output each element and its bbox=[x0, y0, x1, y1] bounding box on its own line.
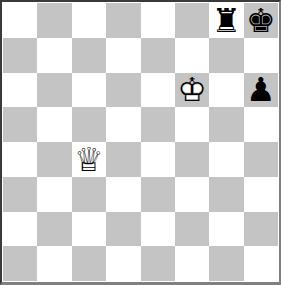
square-h3[interactable] bbox=[244, 177, 278, 212]
square-d5[interactable] bbox=[106, 107, 140, 142]
square-c7[interactable] bbox=[72, 38, 106, 73]
square-g1[interactable] bbox=[209, 246, 243, 281]
square-d4[interactable] bbox=[106, 142, 140, 177]
square-e1[interactable] bbox=[141, 246, 175, 281]
square-a3[interactable] bbox=[3, 177, 37, 212]
square-e3[interactable] bbox=[141, 177, 175, 212]
square-d1[interactable] bbox=[106, 246, 140, 281]
square-a2[interactable] bbox=[3, 212, 37, 247]
square-f5[interactable] bbox=[175, 107, 209, 142]
square-a7[interactable] bbox=[3, 38, 37, 73]
square-b7[interactable] bbox=[37, 38, 71, 73]
square-d6[interactable] bbox=[106, 73, 140, 108]
square-c3[interactable] bbox=[72, 177, 106, 212]
square-d8[interactable] bbox=[106, 3, 140, 38]
square-f7[interactable] bbox=[175, 38, 209, 73]
square-c1[interactable] bbox=[72, 246, 106, 281]
square-h1[interactable] bbox=[244, 246, 278, 281]
square-d7[interactable] bbox=[106, 38, 140, 73]
square-c5[interactable] bbox=[72, 107, 106, 142]
black-king-piece[interactable]: ♚ bbox=[244, 3, 278, 38]
square-g7[interactable] bbox=[209, 38, 243, 73]
square-e5[interactable] bbox=[141, 107, 175, 142]
square-b2[interactable] bbox=[37, 212, 71, 247]
square-f2[interactable] bbox=[175, 212, 209, 247]
white-queen-piece[interactable]: ♛♕ bbox=[72, 142, 106, 177]
square-g3[interactable] bbox=[209, 177, 243, 212]
white-king-piece[interactable]: ♚♔ bbox=[175, 73, 209, 108]
square-d3[interactable] bbox=[106, 177, 140, 212]
square-b3[interactable] bbox=[37, 177, 71, 212]
square-b6[interactable] bbox=[37, 73, 71, 108]
square-f8[interactable] bbox=[175, 3, 209, 38]
white-king-icon: ♔ bbox=[175, 73, 209, 108]
square-b5[interactable] bbox=[37, 107, 71, 142]
square-e2[interactable] bbox=[141, 212, 175, 247]
square-a5[interactable] bbox=[3, 107, 37, 142]
square-f3[interactable] bbox=[175, 177, 209, 212]
square-c4[interactable]: ♛♕ bbox=[72, 142, 106, 177]
square-e6[interactable] bbox=[141, 73, 175, 108]
square-h4[interactable] bbox=[244, 142, 278, 177]
square-a1[interactable] bbox=[3, 246, 37, 281]
black-pawn-icon: ♟ bbox=[244, 73, 278, 108]
square-h8[interactable]: ♚ bbox=[244, 3, 278, 38]
square-f1[interactable] bbox=[175, 246, 209, 281]
square-b1[interactable] bbox=[37, 246, 71, 281]
square-a6[interactable] bbox=[3, 73, 37, 108]
square-c2[interactable] bbox=[72, 212, 106, 247]
black-rook-piece[interactable]: ♜ bbox=[209, 3, 243, 38]
square-b8[interactable] bbox=[37, 3, 71, 38]
black-king-icon: ♚ bbox=[244, 3, 278, 38]
square-g2[interactable] bbox=[209, 212, 243, 247]
square-b4[interactable] bbox=[37, 142, 71, 177]
white-queen-icon: ♕ bbox=[72, 142, 106, 177]
square-f4[interactable] bbox=[175, 142, 209, 177]
square-h2[interactable] bbox=[244, 212, 278, 247]
chess-board: ♜♚♚♔♟♛♕ bbox=[3, 3, 278, 281]
square-e7[interactable] bbox=[141, 38, 175, 73]
square-a4[interactable] bbox=[3, 142, 37, 177]
square-a8[interactable] bbox=[3, 3, 37, 38]
black-rook-icon: ♜ bbox=[209, 3, 243, 38]
chess-board-frame: ♜♚♚♔♟♛♕ bbox=[0, 0, 281, 285]
square-f6[interactable]: ♚♔ bbox=[175, 73, 209, 108]
square-g4[interactable] bbox=[209, 142, 243, 177]
square-h6[interactable]: ♟ bbox=[244, 73, 278, 108]
square-g6[interactable] bbox=[209, 73, 243, 108]
square-c6[interactable] bbox=[72, 73, 106, 108]
black-pawn-piece[interactable]: ♟ bbox=[244, 73, 278, 108]
square-e8[interactable] bbox=[141, 3, 175, 38]
square-e4[interactable] bbox=[141, 142, 175, 177]
square-h7[interactable] bbox=[244, 38, 278, 73]
square-d2[interactable] bbox=[106, 212, 140, 247]
square-c8[interactable] bbox=[72, 3, 106, 38]
square-h5[interactable] bbox=[244, 107, 278, 142]
square-g8[interactable]: ♜ bbox=[209, 3, 243, 38]
square-g5[interactable] bbox=[209, 107, 243, 142]
